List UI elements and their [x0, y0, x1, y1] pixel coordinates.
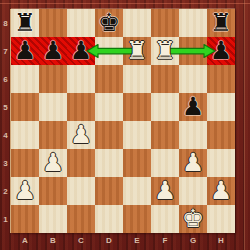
- square-c5[interactable]: [67, 93, 95, 121]
- square-f2[interactable]: ♟: [151, 177, 179, 205]
- square-c3[interactable]: [67, 149, 95, 177]
- rank-label-1: 1: [0, 205, 11, 233]
- black-pawn-c7: ♟: [70, 37, 92, 65]
- square-f5[interactable]: [151, 93, 179, 121]
- square-e6[interactable]: [123, 65, 151, 93]
- rank-label-4: 4: [0, 121, 11, 149]
- white-pawn-b3: ♟: [42, 149, 64, 177]
- square-e2[interactable]: [123, 177, 151, 205]
- square-c6[interactable]: [67, 65, 95, 93]
- frame-bevel-right: [244, 0, 245, 250]
- frame-bevel-top: [0, 3, 250, 4]
- white-rook-f7: ♜: [154, 37, 176, 65]
- black-king-d8: ♚: [98, 9, 120, 37]
- square-c1[interactable]: [67, 205, 95, 233]
- square-b6[interactable]: [39, 65, 67, 93]
- square-g7[interactable]: [179, 37, 207, 65]
- square-b3[interactable]: ♟: [39, 149, 67, 177]
- square-c4[interactable]: ♟: [67, 121, 95, 149]
- square-d8[interactable]: ♚: [95, 9, 123, 37]
- square-g6[interactable]: [179, 65, 207, 93]
- square-g4[interactable]: [179, 121, 207, 149]
- square-d1[interactable]: [95, 205, 123, 233]
- square-f1[interactable]: [151, 205, 179, 233]
- square-b5[interactable]: [39, 93, 67, 121]
- square-d6[interactable]: [95, 65, 123, 93]
- black-pawn-a7: ♟: [14, 37, 36, 65]
- black-rook-h8: ♜: [210, 9, 232, 37]
- square-h7[interactable]: ♟: [207, 37, 235, 65]
- square-c2[interactable]: [67, 177, 95, 205]
- square-b2[interactable]: [39, 177, 67, 205]
- square-d4[interactable]: [95, 121, 123, 149]
- square-a1[interactable]: [11, 205, 39, 233]
- board: ♜♚♜♟♟♟♜♜♟♟♟♟♟♟♟♟♚: [11, 9, 235, 233]
- square-a2[interactable]: ♟: [11, 177, 39, 205]
- square-h8[interactable]: ♜: [207, 9, 235, 37]
- rank-label-7: 7: [0, 37, 11, 65]
- white-rook-e7: ♜: [126, 37, 148, 65]
- square-h4[interactable]: [207, 121, 235, 149]
- white-king-g1: ♚: [182, 205, 204, 233]
- rank-label-3: 3: [0, 149, 11, 177]
- square-e5[interactable]: [123, 93, 151, 121]
- white-pawn-c4: ♟: [70, 121, 92, 149]
- square-g2[interactable]: [179, 177, 207, 205]
- file-label-a: A: [11, 234, 39, 247]
- square-g1[interactable]: ♚: [179, 205, 207, 233]
- file-labels: ABCDEFGH: [11, 234, 235, 247]
- file-label-g: G: [179, 234, 207, 247]
- square-d7[interactable]: [95, 37, 123, 65]
- square-h5[interactable]: [207, 93, 235, 121]
- white-pawn-a2: ♟: [14, 177, 36, 205]
- square-f6[interactable]: [151, 65, 179, 93]
- rank-label-8: 8: [0, 9, 11, 37]
- square-f3[interactable]: [151, 149, 179, 177]
- square-b7[interactable]: ♟: [39, 37, 67, 65]
- square-a7[interactable]: ♟: [11, 37, 39, 65]
- square-a5[interactable]: [11, 93, 39, 121]
- square-d2[interactable]: [95, 177, 123, 205]
- square-f7[interactable]: ♜: [151, 37, 179, 65]
- file-label-d: D: [95, 234, 123, 247]
- square-a3[interactable]: [11, 149, 39, 177]
- square-b8[interactable]: [39, 9, 67, 37]
- square-g8[interactable]: [179, 9, 207, 37]
- square-e8[interactable]: [123, 9, 151, 37]
- square-a6[interactable]: [11, 65, 39, 93]
- black-pawn-g5: ♟: [182, 93, 204, 121]
- file-label-h: H: [207, 234, 235, 247]
- black-rook-a8: ♜: [14, 9, 36, 37]
- rank-label-6: 6: [0, 65, 11, 93]
- square-b4[interactable]: [39, 121, 67, 149]
- square-d5[interactable]: [95, 93, 123, 121]
- square-f4[interactable]: [151, 121, 179, 149]
- square-e3[interactable]: [123, 149, 151, 177]
- square-g3[interactable]: ♟: [179, 149, 207, 177]
- square-e4[interactable]: [123, 121, 151, 149]
- black-pawn-b7: ♟: [42, 37, 64, 65]
- white-pawn-g3: ♟: [182, 149, 204, 177]
- black-pawn-h7: ♟: [210, 37, 232, 65]
- white-pawn-f2: ♟: [154, 177, 176, 205]
- white-pawn-h2: ♟: [210, 177, 232, 205]
- rank-label-2: 2: [0, 177, 11, 205]
- square-e7[interactable]: ♜: [123, 37, 151, 65]
- rank-labels: 87654321: [0, 9, 11, 233]
- square-b1[interactable]: [39, 205, 67, 233]
- square-a8[interactable]: ♜: [11, 9, 39, 37]
- square-a4[interactable]: [11, 121, 39, 149]
- square-f8[interactable]: [151, 9, 179, 37]
- square-g5[interactable]: ♟: [179, 93, 207, 121]
- square-h2[interactable]: ♟: [207, 177, 235, 205]
- square-c8[interactable]: [67, 9, 95, 37]
- square-h3[interactable]: [207, 149, 235, 177]
- square-e1[interactable]: [123, 205, 151, 233]
- square-c7[interactable]: ♟: [67, 37, 95, 65]
- file-label-c: C: [67, 234, 95, 247]
- file-label-b: B: [39, 234, 67, 247]
- square-h1[interactable]: [207, 205, 235, 233]
- file-label-e: E: [123, 234, 151, 247]
- rank-label-5: 5: [0, 93, 11, 121]
- square-d3[interactable]: [95, 149, 123, 177]
- square-h6[interactable]: [207, 65, 235, 93]
- file-label-f: F: [151, 234, 179, 247]
